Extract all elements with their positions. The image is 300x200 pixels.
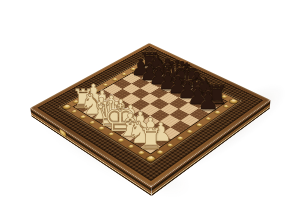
- piece-white-rook-h1[interactable]: ♜: [138, 125, 164, 154]
- pieces-layer: ♜♞♟♝♟♛♟♚♟♝♟♞♟♟♜♟♟♜♟♟♞♟♝♟♛♟♚♟♝♟♞♜: [0, 0, 300, 200]
- piece-black-pawn-h7[interactable]: ♟: [197, 89, 219, 113]
- product-photo-stage: ♜♞♟♝♟♛♟♚♟♝♟♞♟♟♜♟♟♜♟♟♞♟♝♟♛♟♚♟♝♟♞♜: [0, 0, 300, 200]
